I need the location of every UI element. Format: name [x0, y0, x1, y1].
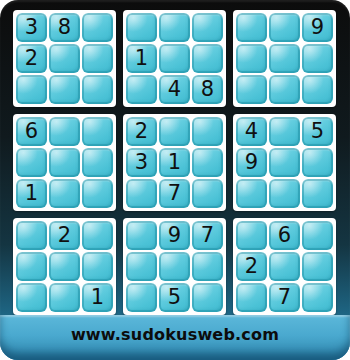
block-r1c1: 382 — [13, 10, 116, 107]
cell-r3c6[interactable]: 8 — [192, 75, 223, 104]
block-r3c1: 21 — [13, 218, 116, 315]
cell-r2c6[interactable] — [192, 44, 223, 73]
cell-r9c2[interactable] — [49, 283, 80, 312]
cell-r8c4[interactable] — [126, 252, 157, 281]
cell-r9c1[interactable] — [16, 283, 47, 312]
cell-r7c6[interactable]: 7 — [192, 221, 223, 250]
cell-r2c2[interactable] — [49, 44, 80, 73]
cell-r5c7[interactable]: 9 — [236, 148, 267, 177]
website-link[interactable]: www.sudokusweb.com — [71, 325, 279, 344]
cell-r4c3[interactable] — [82, 117, 113, 146]
cell-r5c1[interactable] — [16, 148, 47, 177]
cell-r5c8[interactable] — [269, 148, 300, 177]
block-r2c1: 61 — [13, 114, 116, 211]
cell-r6c4[interactable] — [126, 179, 157, 208]
block-r1c3: 9 — [233, 10, 336, 107]
cell-r3c9[interactable] — [302, 75, 333, 104]
cell-r4c2[interactable] — [49, 117, 80, 146]
cell-r1c5[interactable] — [159, 13, 190, 42]
cell-r9c9[interactable] — [302, 283, 333, 312]
cell-r1c3[interactable] — [82, 13, 113, 42]
cell-r6c5[interactable]: 7 — [159, 179, 190, 208]
cell-r9c3[interactable]: 1 — [82, 283, 113, 312]
cell-r3c4[interactable] — [126, 75, 157, 104]
cell-r4c9[interactable]: 5 — [302, 117, 333, 146]
sudoku-board: 382148961231745921975627 — [13, 10, 336, 315]
cell-r1c6[interactable] — [192, 13, 223, 42]
block-r3c2: 975 — [123, 218, 226, 315]
cell-r4c4[interactable]: 2 — [126, 117, 157, 146]
cell-r5c5[interactable]: 1 — [159, 148, 190, 177]
cell-r2c5[interactable] — [159, 44, 190, 73]
cell-r1c9[interactable]: 9 — [302, 13, 333, 42]
cell-r6c7[interactable] — [236, 179, 267, 208]
sudoku-app: 382148961231745921975627 www.sudokusweb.… — [0, 0, 350, 360]
cell-r7c7[interactable] — [236, 221, 267, 250]
cell-r5c6[interactable] — [192, 148, 223, 177]
cell-r3c5[interactable]: 4 — [159, 75, 190, 104]
cell-r6c2[interactable] — [49, 179, 80, 208]
cell-r9c4[interactable] — [126, 283, 157, 312]
cell-r5c2[interactable] — [49, 148, 80, 177]
cell-r7c9[interactable] — [302, 221, 333, 250]
cell-r1c7[interactable] — [236, 13, 267, 42]
cell-r7c1[interactable] — [16, 221, 47, 250]
cell-r6c8[interactable] — [269, 179, 300, 208]
cell-r5c3[interactable] — [82, 148, 113, 177]
cell-r8c7[interactable]: 2 — [236, 252, 267, 281]
cell-r8c3[interactable] — [82, 252, 113, 281]
cell-r1c2[interactable]: 8 — [49, 13, 80, 42]
cell-r9c8[interactable]: 7 — [269, 283, 300, 312]
cell-r7c4[interactable] — [126, 221, 157, 250]
cell-r6c9[interactable] — [302, 179, 333, 208]
cell-r3c3[interactable] — [82, 75, 113, 104]
board-frame: 382148961231745921975627 www.sudokusweb.… — [0, 0, 350, 360]
cell-r1c1[interactable]: 3 — [16, 13, 47, 42]
cell-r4c7[interactable]: 4 — [236, 117, 267, 146]
cell-r2c7[interactable] — [236, 44, 267, 73]
cell-r9c5[interactable]: 5 — [159, 283, 190, 312]
cell-r8c5[interactable] — [159, 252, 190, 281]
cell-r4c8[interactable] — [269, 117, 300, 146]
cell-r2c8[interactable] — [269, 44, 300, 73]
cell-r8c1[interactable] — [16, 252, 47, 281]
cell-r1c8[interactable] — [269, 13, 300, 42]
block-r2c3: 459 — [233, 114, 336, 211]
cell-r8c9[interactable] — [302, 252, 333, 281]
cell-r5c4[interactable]: 3 — [126, 148, 157, 177]
footer-bar: www.sudokusweb.com — [0, 315, 350, 360]
cell-r6c3[interactable] — [82, 179, 113, 208]
block-r1c2: 148 — [123, 10, 226, 107]
cell-r7c3[interactable] — [82, 221, 113, 250]
block-r2c2: 2317 — [123, 114, 226, 211]
cell-r4c5[interactable] — [159, 117, 190, 146]
cell-r2c1[interactable]: 2 — [16, 44, 47, 73]
cell-r3c1[interactable] — [16, 75, 47, 104]
cell-r2c9[interactable] — [302, 44, 333, 73]
cell-r8c6[interactable] — [192, 252, 223, 281]
cell-r6c6[interactable] — [192, 179, 223, 208]
cell-r1c4[interactable] — [126, 13, 157, 42]
cell-r7c2[interactable]: 2 — [49, 221, 80, 250]
cell-r4c1[interactable]: 6 — [16, 117, 47, 146]
cell-r4c6[interactable] — [192, 117, 223, 146]
cell-r9c7[interactable] — [236, 283, 267, 312]
cell-r9c6[interactable] — [192, 283, 223, 312]
cell-r8c2[interactable] — [49, 252, 80, 281]
cell-r3c8[interactable] — [269, 75, 300, 104]
cell-r7c5[interactable]: 9 — [159, 221, 190, 250]
cell-r5c9[interactable] — [302, 148, 333, 177]
cell-r2c4[interactable]: 1 — [126, 44, 157, 73]
cell-r3c7[interactable] — [236, 75, 267, 104]
block-r3c3: 627 — [233, 218, 336, 315]
cell-r7c8[interactable]: 6 — [269, 221, 300, 250]
cell-r3c2[interactable] — [49, 75, 80, 104]
cell-r6c1[interactable]: 1 — [16, 179, 47, 208]
cell-r2c3[interactable] — [82, 44, 113, 73]
cell-r8c8[interactable] — [269, 252, 300, 281]
